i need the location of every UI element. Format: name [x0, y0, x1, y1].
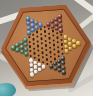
hole-c12-r4[interactable]	[60, 34, 63, 37]
hole-c7-r2[interactable]	[40, 33, 43, 36]
hole-c8-r8[interactable]	[46, 63, 49, 66]
hole-c8-r1[interactable]	[44, 30, 47, 33]
marble-red[interactable]	[59, 28, 64, 33]
hole-c6-r7[interactable]	[37, 54, 40, 57]
hole-c6-r3[interactable]	[36, 36, 39, 39]
hole-c12-r8[interactable]	[62, 52, 65, 55]
hole-c7-r7[interactable]	[41, 56, 44, 59]
hole-c10-r3[interactable]	[52, 34, 55, 37]
hole-c12-r7[interactable]	[61, 48, 64, 51]
hole-c7-r1[interactable]	[40, 28, 43, 31]
hole-c9-r2[interactable]	[48, 32, 51, 35]
hole-c6-r5[interactable]	[37, 45, 40, 48]
hole-c10-r8[interactable]	[54, 58, 57, 61]
hole-c5-r8[interactable]	[33, 57, 36, 60]
hole-c9-r6[interactable]	[49, 51, 52, 54]
hole-c4-r4[interactable]	[28, 36, 31, 39]
hole-c8-r5[interactable]	[45, 49, 48, 52]
marble-black[interactable]	[61, 61, 66, 66]
hole-c11-r5[interactable]	[57, 41, 60, 44]
hole-c7-r3[interactable]	[40, 38, 43, 41]
hole-c4-r5[interactable]	[28, 41, 31, 44]
hole-c4-r8[interactable]	[29, 55, 32, 58]
hole-c4-r6[interactable]	[29, 45, 32, 48]
marble-black[interactable]	[62, 70, 67, 75]
hole-c10-r4[interactable]	[52, 39, 55, 42]
marble-green[interactable]	[24, 52, 29, 57]
hole-c11-r4[interactable]	[56, 36, 59, 39]
hole-c6-r6[interactable]	[37, 49, 40, 52]
hole-c10-r5[interactable]	[53, 44, 56, 47]
hole-c10-r2[interactable]	[52, 30, 55, 33]
hole-c8-r7[interactable]	[46, 58, 49, 61]
toy-object	[0, 82, 17, 96]
hole-c5-r6[interactable]	[33, 47, 36, 50]
hole-c11-r8[interactable]	[58, 55, 61, 58]
hole-c7-r4[interactable]	[41, 42, 44, 45]
hole-c7-r8[interactable]	[42, 61, 45, 64]
hole-c9-r1[interactable]	[48, 28, 51, 31]
hole-c7-r5[interactable]	[41, 47, 44, 50]
hole-c11-r3[interactable]	[56, 32, 59, 35]
hole-c8-r0[interactable]	[43, 26, 46, 29]
marble-white[interactable]	[41, 64, 46, 69]
hole-c9-r3[interactable]	[48, 37, 51, 40]
hole-c11-r7[interactable]	[57, 50, 60, 53]
hole-c8-r4[interactable]	[45, 44, 48, 47]
hole-c5-r5[interactable]	[32, 43, 35, 46]
hole-c7-r6[interactable]	[41, 51, 44, 54]
marble-green[interactable]	[23, 42, 28, 47]
hole-c9-r8[interactable]	[50, 60, 53, 63]
hole-c8-r6[interactable]	[45, 53, 48, 56]
hole-c8-r3[interactable]	[44, 40, 47, 43]
hole-c12-r6[interactable]	[61, 43, 64, 46]
hole-c6-r4[interactable]	[36, 40, 39, 43]
hole-c11-r6[interactable]	[57, 46, 60, 49]
hole-c10-r6[interactable]	[53, 48, 56, 51]
hole-c6-r8[interactable]	[38, 59, 41, 62]
marble-blue[interactable]	[38, 23, 43, 28]
hole-c9-r7[interactable]	[50, 56, 53, 59]
hole-c5-r3[interactable]	[32, 33, 35, 36]
hole-c12-r5[interactable]	[61, 38, 64, 41]
marble-yellow[interactable]	[76, 41, 81, 46]
hole-c5-r4[interactable]	[32, 38, 35, 41]
hole-c9-r5[interactable]	[49, 46, 52, 49]
carpet-background	[0, 0, 93, 96]
hole-c10-r7[interactable]	[53, 53, 56, 56]
hole-c5-r7[interactable]	[33, 52, 36, 55]
hole-c9-r4[interactable]	[49, 42, 52, 45]
hole-c8-r2[interactable]	[44, 35, 47, 38]
hole-c4-r7[interactable]	[29, 50, 32, 53]
hole-c6-r2[interactable]	[36, 31, 39, 34]
marble-red[interactable]	[58, 19, 63, 24]
